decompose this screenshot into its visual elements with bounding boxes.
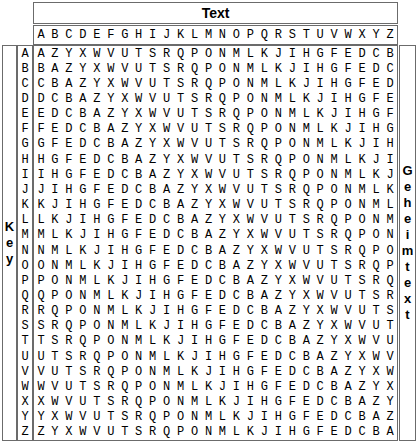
tableau-cell: X: [132, 107, 146, 122]
tableau-cell: B: [341, 395, 355, 410]
tableau-cell: V: [229, 182, 243, 197]
tableau-cell: M: [383, 213, 397, 228]
tableau-cell: G: [355, 91, 369, 106]
tableau-cell: A: [62, 76, 76, 91]
tableau-cell: E: [90, 167, 104, 182]
tableau-cell: H: [188, 319, 202, 334]
tableau-cell: Q: [202, 76, 216, 91]
tableau-cell: F: [285, 395, 299, 410]
tableau-cell: A: [369, 410, 383, 425]
tableau-cell: V: [355, 319, 369, 334]
tableau-cell: F: [132, 228, 146, 243]
tableau-cell: T: [202, 122, 216, 137]
tableau-cell: E: [341, 46, 355, 61]
tableau-cell: L: [118, 304, 132, 319]
row-label-cell: S: [18, 319, 32, 334]
tableau-cell: T: [48, 349, 62, 364]
tableau-cell: W: [160, 122, 174, 137]
tableau-cell: S: [383, 304, 397, 319]
tableau-cell: U: [118, 46, 132, 61]
tableau-cell: F: [160, 258, 174, 273]
tableau-cell: P: [299, 167, 313, 182]
tableau-cell: I: [257, 410, 271, 425]
tableau-cell: N: [118, 334, 132, 349]
tableau-cell: J: [355, 137, 369, 152]
tableau-cell: D: [341, 425, 355, 440]
tableau-cell: E: [383, 91, 397, 106]
tableau-cell: S: [62, 349, 76, 364]
col-header-cell: S: [285, 26, 299, 44]
tableau-cell: J: [313, 91, 327, 106]
tableau-cell: M: [355, 182, 369, 197]
tableau-cell: W: [62, 410, 76, 425]
tableau-cell: Z: [90, 91, 104, 106]
tableau-cell: U: [76, 395, 90, 410]
tableau-cell: T: [271, 198, 285, 213]
tableau-cell: N: [257, 91, 271, 106]
tableau-cell: N: [215, 46, 229, 61]
tableau-cell: Y: [34, 410, 48, 425]
tableau-cell: A: [285, 319, 299, 334]
tableau-cell: Q: [118, 379, 132, 394]
col-header-cell: K: [174, 26, 188, 44]
tableau-cell: R: [76, 349, 90, 364]
row-label-cell: H: [18, 152, 32, 167]
tableau-cell: W: [229, 198, 243, 213]
tableau-cell: O: [369, 228, 383, 243]
tableau-cell: U: [104, 425, 118, 440]
tableau-cell: D: [313, 395, 327, 410]
tableau-cell: D: [271, 349, 285, 364]
tableau-cell: Z: [62, 61, 76, 76]
tableau-cell: Z: [34, 425, 48, 440]
tableau-cell: H: [76, 198, 90, 213]
tableau-cell: F: [327, 46, 341, 61]
tableau-cell: A: [327, 364, 341, 379]
tableau-cell: M: [132, 334, 146, 349]
tableau-cell: Q: [146, 410, 160, 425]
tableau-cell: V: [132, 76, 146, 91]
tableau-cell: V: [188, 137, 202, 152]
tableau-cell: B: [146, 182, 160, 197]
tableau-cell: S: [299, 213, 313, 228]
tableau-cell: E: [313, 410, 327, 425]
tableau-cell: J: [229, 395, 243, 410]
geheimtext-axis-label: Geheimtext: [401, 163, 414, 323]
geheimtext-axis-header: Geheimtext: [399, 45, 416, 441]
tableau-cell: E: [104, 182, 118, 197]
tableau-cell: W: [313, 288, 327, 303]
row-label-cell: P: [18, 273, 32, 288]
tableau-cell: K: [62, 228, 76, 243]
tableau-cell: Z: [215, 228, 229, 243]
tableau-cell: M: [48, 243, 62, 258]
tableau-cell: T: [34, 334, 48, 349]
col-header-cell: P: [243, 26, 257, 44]
tableau-cell: N: [243, 76, 257, 91]
tableau-cell: O: [104, 334, 118, 349]
tableau-cell: H: [285, 425, 299, 440]
tableau-cell: H: [369, 122, 383, 137]
tableau-cell: S: [215, 122, 229, 137]
tableau-cell: U: [355, 304, 369, 319]
row-label-cell: F: [18, 122, 32, 137]
row-label-cell: V: [18, 364, 32, 379]
tableau-cell: X: [341, 334, 355, 349]
tableau-cell: F: [257, 364, 271, 379]
tableau-cell: H: [243, 379, 257, 394]
tableau-cell: C: [313, 379, 327, 394]
tableau-cell: T: [313, 243, 327, 258]
tableau-cell: V: [146, 91, 160, 106]
tableau-cell: B: [215, 258, 229, 273]
tableau-cell: S: [271, 182, 285, 197]
tableau-cell: G: [34, 137, 48, 152]
tableau-cell: N: [299, 137, 313, 152]
tableau-cell: O: [229, 76, 243, 91]
tableau-cell: Q: [271, 152, 285, 167]
tableau-cell: G: [104, 213, 118, 228]
tableau-cell: E: [285, 379, 299, 394]
tableau-cell: P: [327, 198, 341, 213]
tableau-cell: C: [104, 152, 118, 167]
tableau-cell: E: [215, 304, 229, 319]
tableau-cell: M: [299, 122, 313, 137]
tableau-cell: N: [229, 61, 243, 76]
tableau-cell: Y: [355, 364, 369, 379]
tableau-cell: N: [174, 395, 188, 410]
row-label-cell: M: [18, 228, 32, 243]
tableau-cell: I: [146, 288, 160, 303]
tableau-cell: T: [132, 46, 146, 61]
tableau-cell: G: [327, 61, 341, 76]
tableau-cell: I: [48, 182, 62, 197]
tableau-cell: Q: [327, 213, 341, 228]
row-label-cell: R: [18, 304, 32, 319]
tableau-cell: E: [62, 137, 76, 152]
tableau-cell: D: [369, 61, 383, 76]
tableau-cell: V: [285, 243, 299, 258]
tableau-cell: P: [341, 213, 355, 228]
tableau-cell: Y: [215, 213, 229, 228]
tableau-cell: W: [271, 243, 285, 258]
tableau-cell: Y: [132, 122, 146, 137]
tableau-cell: V: [369, 334, 383, 349]
tableau-cell: A: [48, 61, 62, 76]
col-header-cell: O: [229, 26, 243, 44]
tableau-cell: C: [76, 122, 90, 137]
tableau-cell: O: [271, 122, 285, 137]
tableau-cell: J: [48, 198, 62, 213]
tableau-cell: U: [369, 319, 383, 334]
tableau-cell: H: [215, 349, 229, 364]
tableau-cell: D: [215, 288, 229, 303]
tableau-cell: C: [202, 258, 216, 273]
tableau-cell: M: [271, 91, 285, 106]
tableau-cell: R: [34, 304, 48, 319]
tableau-cell: J: [76, 228, 90, 243]
tableau-cell: O: [313, 167, 327, 182]
tableau-cell: M: [327, 152, 341, 167]
tableau-cell: I: [383, 152, 397, 167]
tableau-cell: Z: [285, 304, 299, 319]
tableau-cell: D: [90, 152, 104, 167]
tableau-cell: Z: [76, 76, 90, 91]
tableau-cell: R: [62, 334, 76, 349]
tableau-cell: D: [34, 91, 48, 106]
tableau-cell: E: [132, 213, 146, 228]
tableau-cell: S: [202, 107, 216, 122]
tableau-cell: C: [383, 61, 397, 76]
col-header-cell: V: [327, 26, 341, 44]
row-label-cell: Q: [18, 288, 32, 303]
tableau-cell: H: [34, 152, 48, 167]
tableau-cell: H: [132, 258, 146, 273]
tableau-cell: H: [271, 410, 285, 425]
tableau-cell: I: [313, 76, 327, 91]
tableau-cell: H: [104, 228, 118, 243]
tableau-cell: K: [48, 213, 62, 228]
tableau-cell: H: [257, 395, 271, 410]
tableau-cell: U: [215, 152, 229, 167]
tableau-cell: L: [202, 395, 216, 410]
tableau-cell: T: [146, 61, 160, 76]
tableau-cell: T: [369, 304, 383, 319]
tableau-cell: Q: [229, 107, 243, 122]
tableau-cell: C: [215, 273, 229, 288]
tableau-cell: F: [202, 304, 216, 319]
tableau-cell: E: [118, 198, 132, 213]
tableau-cell: L: [174, 364, 188, 379]
tableau-cell: F: [243, 349, 257, 364]
tableau-cell: O: [202, 46, 216, 61]
tableau-cell: V: [243, 198, 257, 213]
tableau-cell: P: [285, 152, 299, 167]
tableau-cell: A: [104, 122, 118, 137]
tableau-cell: J: [299, 76, 313, 91]
tableau-cell: I: [62, 198, 76, 213]
tableau-cell: G: [132, 243, 146, 258]
tableau-cell: W: [299, 273, 313, 288]
tableau-cell: E: [229, 319, 243, 334]
tableau-cell: I: [341, 107, 355, 122]
tableau-cell: G: [188, 304, 202, 319]
tableau-cell: Z: [327, 349, 341, 364]
col-header-cell: I: [146, 26, 160, 44]
tableau-cell: F: [313, 425, 327, 440]
tableau-cell: E: [174, 258, 188, 273]
tableau-cell: U: [188, 122, 202, 137]
tableau-cell: Z: [243, 258, 257, 273]
tableau-cell: O: [355, 213, 369, 228]
tableau-cell: B: [243, 288, 257, 303]
tableau-cell: N: [132, 349, 146, 364]
tableau-cell: J: [146, 304, 160, 319]
tableau-cell: P: [215, 76, 229, 91]
tableau-cell: N: [62, 273, 76, 288]
tableau-cell: X: [146, 122, 160, 137]
tableau-cell: C: [369, 46, 383, 61]
tableau-cell: V: [34, 364, 48, 379]
tableau-cell: D: [355, 46, 369, 61]
cipher-tableau: Text ABCDEFGHIJKLMNOPQRSTUVWXYZ Key ABCD…: [0, 0, 417, 442]
tableau-cell: Z: [48, 46, 62, 61]
tableau-cell: U: [174, 107, 188, 122]
tableau-cell: Q: [76, 334, 90, 349]
tableau-cell: B: [229, 273, 243, 288]
tableau-cell: R: [299, 198, 313, 213]
tableau-cell: K: [118, 288, 132, 303]
tableau-cell: P: [76, 319, 90, 334]
col-header-cell: R: [271, 26, 285, 44]
tableau-cell: U: [383, 334, 397, 349]
tableau-cell: L: [341, 152, 355, 167]
tableau-cell: Q: [104, 364, 118, 379]
tableau-cell: M: [146, 349, 160, 364]
tableau-cell: M: [202, 410, 216, 425]
tableau-cell: A: [76, 91, 90, 106]
tableau-cell: I: [327, 91, 341, 106]
tableau-cell: D: [76, 137, 90, 152]
tableau-cell: E: [188, 273, 202, 288]
tableau-cell: T: [383, 319, 397, 334]
tableau-cell: I: [202, 349, 216, 364]
tableau-cell: C: [174, 228, 188, 243]
tableau-cell: Y: [285, 288, 299, 303]
tableau-cell: J: [34, 182, 48, 197]
tableau-cell: K: [341, 137, 355, 152]
tableau-cell: I: [285, 46, 299, 61]
tableau-cell: H: [48, 167, 62, 182]
tableau-cell: K: [383, 182, 397, 197]
tableau-cell: Q: [355, 243, 369, 258]
tableau-cell: I: [215, 364, 229, 379]
tableau-cell: N: [341, 182, 355, 197]
tableau-cell: Y: [327, 334, 341, 349]
tableau-cell: K: [327, 122, 341, 137]
tableau-cell: X: [271, 258, 285, 273]
tableau-cell: J: [285, 61, 299, 76]
tableau-cell: W: [118, 76, 132, 91]
tableau-cell: X: [62, 425, 76, 440]
tableau-cell: Y: [313, 319, 327, 334]
tableau-cell: S: [48, 334, 62, 349]
tableau-cell: V: [62, 395, 76, 410]
tableau-cell: J: [369, 152, 383, 167]
tableau-cell: H: [327, 76, 341, 91]
tableau-cell: I: [132, 273, 146, 288]
tableau-cell: R: [202, 91, 216, 106]
col-header-cell: E: [90, 26, 104, 44]
tableau-cell: B: [34, 61, 48, 76]
tableau-cell: A: [341, 379, 355, 394]
tableau-cell: R: [146, 425, 160, 440]
tableau-cell: A: [90, 107, 104, 122]
tableau-cell: O: [383, 243, 397, 258]
tableau-cell: M: [160, 364, 174, 379]
tableau-cell: L: [104, 288, 118, 303]
tableau-cell: X: [313, 304, 327, 319]
tableau-cell: X: [90, 61, 104, 76]
col-header-cell: J: [160, 26, 174, 44]
tableau-cell: I: [76, 213, 90, 228]
tableau-cell: D: [48, 107, 62, 122]
tableau-cell: F: [62, 152, 76, 167]
tableau-cell: M: [34, 228, 48, 243]
tableau-cell: O: [48, 273, 62, 288]
tableau-cell: Z: [369, 395, 383, 410]
tableau-cell: X: [383, 379, 397, 394]
tableau-cell: R: [90, 364, 104, 379]
row-label-cell: T: [18, 334, 32, 349]
tableau-cell: D: [229, 304, 243, 319]
tableau-cell: T: [215, 137, 229, 152]
tableau-cell: P: [160, 410, 174, 425]
tableau-cell: R: [271, 167, 285, 182]
tableau-cell: O: [62, 288, 76, 303]
row-label-cell: N: [18, 243, 32, 258]
tableau-cell: L: [188, 379, 202, 394]
tableau-cell: T: [188, 107, 202, 122]
tableau-cell: C: [118, 167, 132, 182]
col-header-cell: Z: [383, 26, 397, 44]
tableau-cell: N: [327, 167, 341, 182]
tableau-cell: B: [62, 91, 76, 106]
tableau-cell: K: [160, 334, 174, 349]
tableau-cell: B: [132, 167, 146, 182]
tableau-cell: B: [188, 228, 202, 243]
tableau-cell: B: [327, 379, 341, 394]
tableau-cell: S: [160, 61, 174, 76]
tableau-cell: Y: [257, 258, 271, 273]
col-header-cell: T: [299, 26, 313, 44]
tableau-cell: G: [313, 46, 327, 61]
tableau-cell: X: [34, 395, 48, 410]
tableau-cell: J: [202, 364, 216, 379]
tableau-cell: K: [369, 167, 383, 182]
tableau-cell: Q: [341, 228, 355, 243]
tableau-cell: S: [188, 91, 202, 106]
tableau-cell: I: [118, 258, 132, 273]
tableau-cell: O: [174, 410, 188, 425]
tableau-cell: X: [369, 364, 383, 379]
text-axis-label: Text: [202, 5, 230, 21]
tableau-cell: F: [215, 319, 229, 334]
tableau-cell: B: [174, 213, 188, 228]
tableau-cell: I: [188, 334, 202, 349]
tableau-cell: X: [104, 76, 118, 91]
tableau-cell: O: [132, 364, 146, 379]
tableau-cell: S: [369, 288, 383, 303]
tableau-cell: J: [62, 213, 76, 228]
tableau-cell: L: [327, 137, 341, 152]
tableau-cell: E: [202, 288, 216, 303]
tableau-cell: R: [215, 107, 229, 122]
tableau-cell: F: [104, 198, 118, 213]
tableau-cell: L: [34, 213, 48, 228]
tableau-cell: N: [188, 410, 202, 425]
tableau-cell: L: [257, 61, 271, 76]
tableau-cell: H: [146, 273, 160, 288]
tableau-cell: C: [327, 395, 341, 410]
tableau-cell: P: [313, 182, 327, 197]
row-label-cell: J: [18, 182, 32, 197]
tableau-cell: L: [48, 228, 62, 243]
tableau-cell: F: [174, 273, 188, 288]
tableau-cell: Q: [285, 167, 299, 182]
tableau-cell: P: [229, 91, 243, 106]
tableau-cell: W: [76, 425, 90, 440]
